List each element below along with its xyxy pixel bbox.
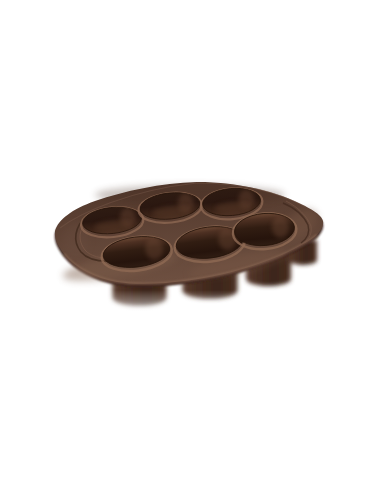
product-photo: Six-cup silicone muffin baking pan: [0, 0, 381, 492]
muffin-pan-illustration: [0, 0, 381, 492]
bottom-focus-fade: [50, 290, 340, 316]
